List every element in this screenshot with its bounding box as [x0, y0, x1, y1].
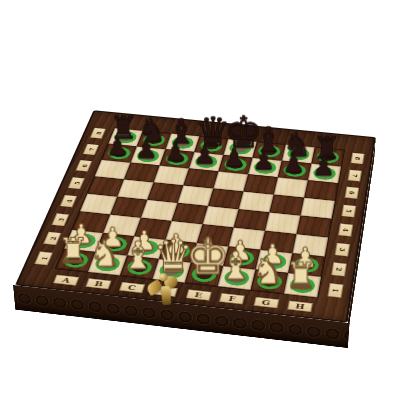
- felt-base-ring: [199, 139, 224, 153]
- rank-digit: 6: [347, 191, 357, 195]
- rank-digit: 3: [337, 247, 348, 252]
- square-g2[interactable]: ♟: [256, 250, 293, 273]
- felt-base-ring: [113, 130, 139, 144]
- square-e5[interactable]: [208, 188, 243, 209]
- square-e1[interactable]: ♚: [185, 263, 223, 287]
- square-c5[interactable]: [147, 182, 183, 203]
- rank-label-right-8: 8: [351, 153, 365, 165]
- rank-label-left-2: 2: [43, 232, 61, 246]
- felt-base-ring: [135, 149, 161, 163]
- felt-base-ring: [141, 133, 167, 147]
- square-b1[interactable]: ♞: [88, 252, 127, 275]
- square-h1[interactable]: ♜: [284, 273, 321, 297]
- file-label-f: F: [219, 293, 245, 305]
- felt-base-ring: [69, 233, 98, 250]
- square-a7[interactable]: ♟: [102, 144, 137, 163]
- rank-digit: 5: [344, 209, 355, 213]
- square-g5[interactable]: [269, 195, 304, 216]
- square-d6[interactable]: [183, 168, 218, 188]
- square-a1[interactable]: ♜: [56, 249, 96, 272]
- felt-base-ring: [223, 157, 248, 171]
- felt-base-ring: [61, 252, 90, 269]
- felt-base-ring: [101, 236, 130, 253]
- rank-label-left-1: 1: [34, 251, 53, 265]
- file-label-a: A: [53, 275, 79, 286]
- file-label-b: B: [86, 278, 112, 289]
- square-f1[interactable]: ♝: [218, 266, 256, 290]
- felt-base-ring: [125, 259, 154, 276]
- square-f4[interactable]: [234, 209, 270, 231]
- rank-digit: 3: [55, 217, 66, 221]
- felt-base-ring: [312, 166, 337, 181]
- rank-label-right-6: 6: [344, 187, 359, 200]
- square-b4[interactable]: [110, 197, 147, 218]
- square-c2[interactable]: ♟: [127, 236, 165, 259]
- perspective-wrapper: ♜♞♝♛♚♝♞♜♟♟♟♟♟♟♟♟♟♟♟♟♟♟♟♟♜♞♝♛♚♝♞♜ ABCDEFG…: [0, 0, 416, 416]
- rank-label-left-3: 3: [52, 213, 70, 226]
- square-g1[interactable]: ♞: [251, 270, 289, 294]
- felt-base-ring: [190, 266, 218, 284]
- felt-base-ring: [293, 256, 320, 273]
- rank-label-left-8: 8: [90, 128, 106, 139]
- rank-digit: 7: [86, 147, 96, 151]
- square-e6[interactable]: [213, 171, 248, 191]
- clasp-stem: [161, 286, 171, 306]
- felt-base-ring: [256, 273, 284, 291]
- square-f5[interactable]: [239, 191, 274, 212]
- rank-label-left-5: 5: [68, 177, 85, 189]
- rank-label-right-4: 4: [338, 223, 353, 236]
- felt-base-ring: [228, 249, 256, 266]
- rank-label-right-3: 3: [335, 242, 351, 256]
- rank-label-left-7: 7: [83, 144, 99, 156]
- rank-digit: 7: [350, 173, 360, 177]
- chess-set-photo: ♜♞♝♛♚♝♞♜♟♟♟♟♟♟♟♟♟♟♟♟♟♟♟♟♜♞♝♛♚♝♞♜ ABCDEFG…: [0, 0, 416, 416]
- felt-base-ring: [282, 163, 307, 178]
- file-label-c: C: [119, 282, 145, 293]
- felt-base-ring: [196, 246, 224, 263]
- rank-digit: 1: [330, 288, 341, 293]
- rank-label-left-6: 6: [75, 160, 92, 172]
- rank-label-right-7: 7: [348, 169, 362, 181]
- square-h2[interactable]: ♟: [288, 253, 324, 276]
- square-b5[interactable]: [117, 179, 153, 199]
- rank-label-right-5: 5: [341, 205, 356, 218]
- board-frame: ♜♞♝♛♚♝♞♜♟♟♟♟♟♟♟♟♟♟♟♟♟♟♟♟♜♞♝♛♚♝♞♜ ABCDEFG…: [15, 110, 376, 322]
- rank-digit: 8: [353, 156, 363, 160]
- rank-digit: 6: [78, 164, 89, 168]
- felt-base-ring: [316, 150, 340, 164]
- board-grid: ♜♞♝♛♚♝♞♜♟♟♟♟♟♟♟♟♟♟♟♟♟♟♟♟♜♞♝♛♚♝♞♜: [56, 128, 344, 297]
- rank-digit: 2: [333, 267, 344, 272]
- felt-base-ring: [289, 276, 317, 294]
- felt-base-ring: [164, 152, 190, 166]
- square-b6[interactable]: [124, 163, 160, 183]
- felt-base-ring: [286, 147, 310, 161]
- rank-digit: 2: [46, 236, 57, 240]
- rank-label-left-4: 4: [60, 195, 78, 208]
- felt-base-ring: [223, 269, 251, 287]
- felt-base-ring: [193, 155, 219, 169]
- rank-label-right-2: 2: [331, 262, 347, 276]
- file-label-h: H: [287, 301, 313, 313]
- felt-base-ring: [170, 136, 195, 150]
- square-h5[interactable]: [300, 198, 334, 219]
- felt-base-ring: [93, 255, 122, 272]
- rank-digit: 8: [93, 131, 103, 135]
- felt-base-ring: [260, 253, 287, 270]
- rank-digit: 4: [340, 228, 351, 232]
- felt-base-ring: [257, 144, 282, 158]
- felt-base-ring: [228, 141, 253, 155]
- square-b3[interactable]: [103, 214, 141, 236]
- felt-base-ring: [106, 146, 132, 160]
- felt-base-ring: [164, 243, 192, 260]
- rank-digit: 1: [38, 256, 50, 261]
- chess-board: ♜♞♝♛♚♝♞♜♟♟♟♟♟♟♟♟♟♟♟♟♟♟♟♟♜♞♝♛♚♝♞♜ ABCDEFG…: [15, 110, 376, 322]
- felt-base-ring: [132, 239, 160, 256]
- file-label-e: E: [185, 289, 211, 300]
- rank-digit: 5: [71, 181, 82, 185]
- felt-base-ring: [252, 160, 277, 174]
- rank-label-right-1: 1: [327, 283, 343, 298]
- brass-clasp-icon: [144, 271, 188, 313]
- file-label-g: G: [253, 297, 279, 309]
- rank-digit: 4: [63, 199, 74, 203]
- square-e7[interactable]: ♟: [218, 155, 252, 174]
